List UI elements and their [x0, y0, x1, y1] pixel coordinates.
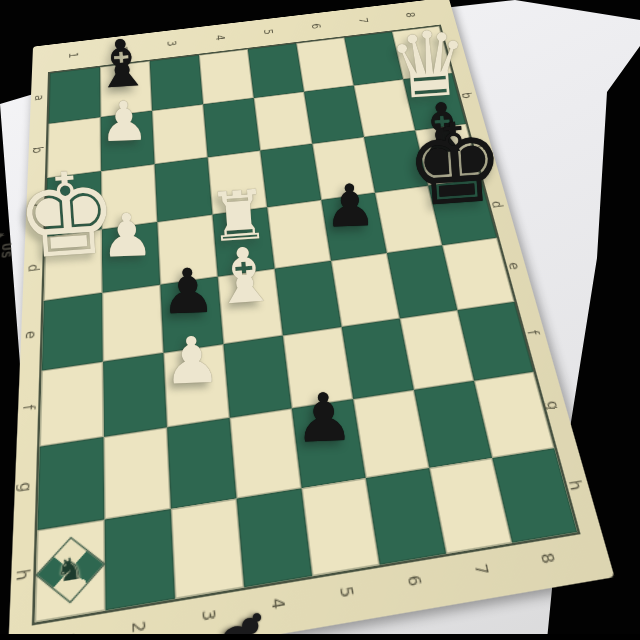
frame-edge: [0, 634, 640, 640]
piece-black-pawn-e3[interactable]: ♟: [159, 260, 216, 323]
piece-black-king-d8[interactable]: ♚: [402, 106, 509, 223]
piece-white-bishop-e4[interactable]: ♝: [208, 237, 280, 317]
pieces-layer: ♝♟♛♝♚♟♜♟♚♟♝♟♟: [0, 0, 640, 640]
piece-white-pawn-d2[interactable]: ♟: [100, 205, 155, 266]
piece-black-pawn-g5[interactable]: ♟: [293, 383, 355, 451]
piece-white-pawn-b2[interactable]: ♟: [99, 94, 150, 150]
piece-black-pawn-d6[interactable]: ♟: [323, 176, 377, 236]
piece-white-pawn-f3[interactable]: ♟: [162, 328, 222, 394]
photo-scene: ♞ US CHESS FEDERATION ♞ 1234567812345678…: [0, 0, 640, 640]
